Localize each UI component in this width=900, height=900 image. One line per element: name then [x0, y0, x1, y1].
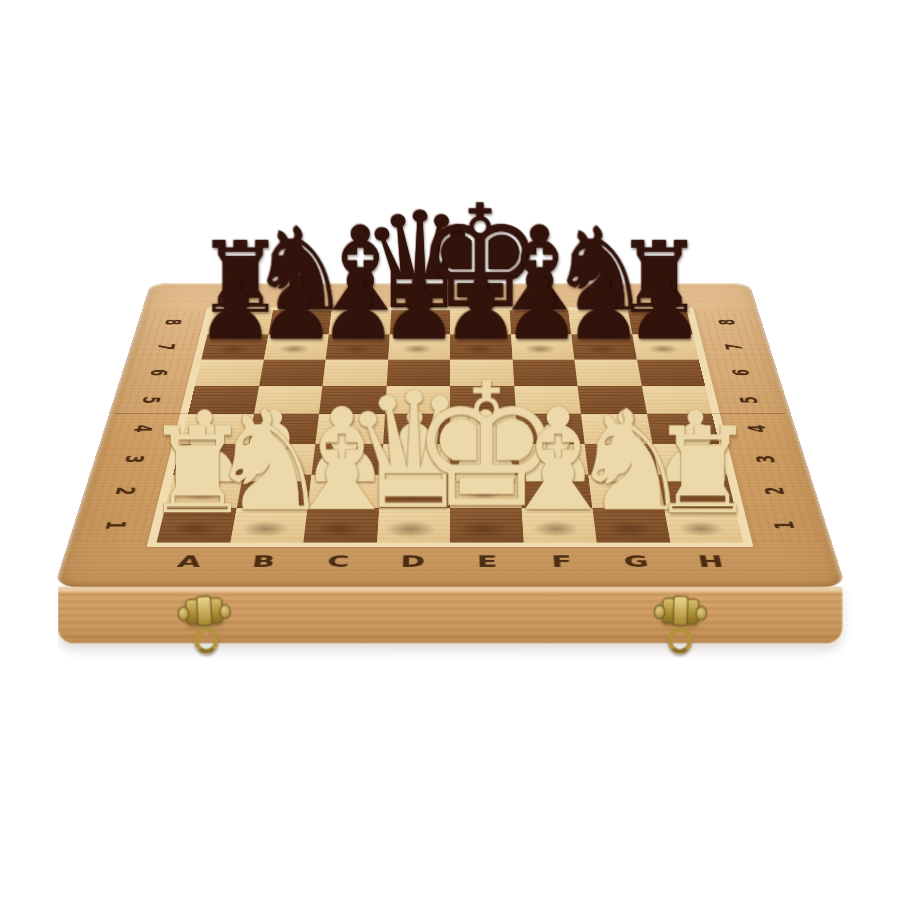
rank-label-right-1: 1	[744, 509, 826, 542]
rook-glyph: ♜	[650, 412, 757, 531]
perspective-layer: ♜♞♝♛♚♝♞♜♟♟♟♟♟♟♟♟♟♟♟♟♟♟♟♟♜♞♝♛♚♝♞♜ ABCDEFG…	[0, 0, 900, 900]
rank-label-right-6: 6	[707, 360, 777, 385]
brass-latch-left	[183, 597, 228, 659]
pawn-glyph: ♟	[626, 266, 703, 352]
chess-set-photo: ♜♞♝♛♚♝♞♜♟♟♟♟♟♟♟♟♟♟♟♟♟♟♟♟♜♞♝♛♚♝♞♜ ABCDEFG…	[0, 0, 900, 900]
file-label-e: E	[450, 553, 525, 570]
rank-label-left-8: 8	[139, 311, 205, 334]
latch-plate	[185, 597, 223, 624]
latch-knob	[196, 595, 213, 626]
file-label-d: D	[375, 553, 450, 570]
latch-ring	[667, 627, 692, 655]
board-grid: ♜♞♝♛♚♝♞♜♟♟♟♟♟♟♟♟♟♟♟♟♟♟♟♟♜♞♝♛♚♝♞♜	[157, 310, 744, 542]
latch-knob	[672, 596, 688, 627]
latch-plate	[661, 597, 699, 624]
file-label-g: G	[598, 553, 675, 570]
chess-board: ♜♞♝♛♚♝♞♜♟♟♟♟♟♟♟♟♟♟♟♟♟♟♟♟♜♞♝♛♚♝♞♜ ABCDEFG…	[55, 283, 845, 587]
file-label-c: C	[300, 553, 376, 570]
file-label-a: A	[150, 553, 228, 570]
rank-label-right-8: 8	[694, 311, 760, 334]
rank-label-left-7: 7	[132, 335, 200, 359]
box-front-face	[58, 586, 843, 643]
rank-label-right-7: 7	[700, 335, 768, 359]
square-h1[interactable]: ♜	[664, 508, 744, 543]
rank-label-left-6: 6	[123, 360, 193, 385]
file-label-b: B	[225, 553, 302, 570]
file-label-h: H	[672, 553, 750, 570]
latch-ring	[193, 626, 219, 654]
file-labels: ABCDEFGH	[148, 545, 753, 579]
brass-latch-right	[658, 597, 702, 659]
file-label-f: F	[524, 553, 600, 570]
square-h7[interactable]: ♟	[632, 334, 699, 359]
